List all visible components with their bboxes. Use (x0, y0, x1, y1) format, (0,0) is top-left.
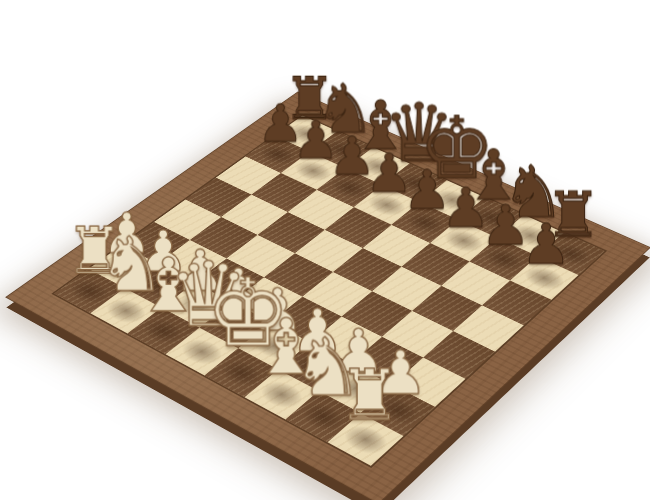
black-pawn-glyph: ♟ (328, 131, 375, 181)
piece-shadow (353, 152, 402, 180)
black-pawn-glyph: ♟ (257, 99, 303, 148)
square-a7: ♟ (246, 136, 310, 173)
square-c6 (288, 190, 354, 230)
piece-shadow (282, 120, 330, 147)
piece-shadow (465, 202, 516, 232)
square-d5 (295, 230, 363, 272)
black-pawn-glyph: ♟ (521, 217, 571, 270)
piece-shadow (505, 220, 557, 251)
chessboard: ♜♞♝♛♚♝♞♜♟♟♟♟♟♟♟♟♟♟♟♟♟♟♟♟♜♞♝♛♚♝♞♜ (5, 91, 650, 500)
black-knight-glyph: ♞ (314, 76, 375, 141)
square-e6 (363, 225, 430, 267)
piece-shadow (438, 225, 490, 256)
square-b7: ♟ (281, 152, 346, 190)
black-knight-glyph: ♞ (501, 157, 565, 225)
square-e8: ♚ (420, 180, 485, 220)
black-king-glyph: ♚ (418, 107, 495, 188)
square-e5 (333, 248, 402, 291)
square-d6 (325, 207, 392, 248)
black-rook-glyph: ♜ (283, 71, 335, 126)
piece-shadow (518, 262, 571, 294)
black-queen-glyph: ♛ (382, 95, 454, 172)
square-a5 (185, 178, 251, 217)
black-bishop-glyph: ♝ (351, 94, 411, 158)
square-d7: ♟ (354, 185, 420, 225)
black-pawn-glyph: ♟ (365, 147, 413, 198)
piece-shadow (427, 185, 477, 214)
square-c5 (258, 212, 325, 253)
black-bishop-glyph: ♝ (463, 142, 525, 208)
square-b5 (221, 195, 288, 235)
square-c7: ♟ (317, 168, 382, 207)
square-g8: ♞ (497, 215, 564, 256)
square-a6 (216, 156, 281, 194)
black-pawn-glyph: ♟ (403, 164, 451, 215)
square-h8: ♜ (537, 233, 604, 275)
square-b8: ♞ (310, 131, 374, 168)
square-b6 (251, 173, 317, 212)
piece-shadow (477, 243, 529, 275)
piece-shadow (399, 207, 450, 237)
square-d8: ♛ (382, 164, 447, 203)
board-grid: ♜♞♝♛♚♝♞♜♟♟♟♟♟♟♟♟♟♟♟♟♟♟♟♟♜♞♝♛♚♝♞♜ (54, 116, 604, 466)
piece-shadow (361, 190, 412, 220)
board-scene: ♜♞♝♛♚♝♞♜♟♟♟♟♟♟♟♟♟♟♟♟♟♟♟♟♜♞♝♛♚♝♞♜ (0, 0, 650, 500)
black-pawn-glyph: ♟ (292, 114, 339, 164)
square-a8: ♜ (274, 116, 337, 152)
square-h1: ♜ (328, 413, 404, 466)
piece-shadow (390, 168, 440, 197)
piece-shadow (317, 136, 366, 163)
piece-shadow (253, 140, 302, 168)
black-pawn-glyph: ♟ (441, 181, 490, 233)
square-f7: ♟ (430, 220, 497, 262)
black-pawn-glyph: ♟ (480, 199, 530, 252)
piece-shadow (325, 173, 375, 202)
piece-shadow (545, 238, 597, 269)
square-c8: ♝ (345, 147, 409, 185)
black-rook-glyph: ♜ (545, 185, 601, 245)
white-rook-glyph: ♜ (337, 362, 400, 429)
piece-shadow (288, 157, 337, 185)
square-e7: ♟ (392, 202, 458, 243)
product-photo: ♜♞♝♛♚♝♞♜♟♟♟♟♟♟♟♟♟♟♟♟♟♟♟♟♜♞♝♛♚♝♞♜ (0, 0, 650, 500)
square-f8: ♝ (458, 197, 524, 237)
